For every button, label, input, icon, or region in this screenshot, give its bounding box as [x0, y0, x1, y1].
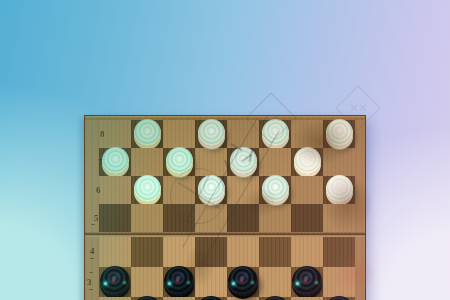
square-e8 — [227, 120, 259, 148]
square-b3 — [131, 267, 163, 297]
checkers-board: 876543 — [84, 115, 366, 300]
frame-tick — [89, 289, 93, 290]
rank-label-6: 6 — [96, 185, 101, 195]
square-c7 — [163, 148, 195, 176]
black-man-c3 — [164, 266, 194, 296]
black-man-f2 — [260, 296, 290, 300]
white-man-f6 — [262, 175, 289, 202]
watermark-glyph: ✕✕ — [349, 101, 367, 115]
rank-label-4: 4 — [90, 246, 95, 256]
square-g6 — [291, 176, 323, 204]
square-h6 — [323, 176, 355, 204]
square-f3 — [259, 267, 291, 297]
frame-tick — [91, 224, 95, 225]
square-d7 — [195, 148, 227, 176]
square-g5 — [291, 204, 323, 232]
square-d8 — [195, 120, 227, 148]
square-b5 — [131, 204, 163, 232]
frame-tick — [90, 258, 94, 259]
square-c4 — [163, 237, 195, 267]
square-f4 — [259, 237, 291, 267]
square-g3 — [291, 267, 323, 297]
rank-label-3: 3 — [87, 277, 92, 287]
square-d5 — [195, 204, 227, 232]
square-d4 — [195, 237, 227, 267]
square-b7 — [131, 148, 163, 176]
square-a5 — [99, 204, 131, 232]
square-h4 — [323, 237, 355, 267]
black-man-d2 — [196, 296, 226, 300]
square-h7 — [323, 148, 355, 176]
white-man-d8 — [198, 119, 225, 146]
square-h8 — [323, 120, 355, 148]
photo-scene: 876543 ✕✕ ✕✕ — [0, 0, 450, 300]
square-e4 — [227, 237, 259, 267]
board-grid — [99, 120, 355, 300]
square-e5 — [227, 204, 259, 232]
square-f8 — [259, 120, 291, 148]
square-g7 — [291, 148, 323, 176]
rank-label-5: 5 — [94, 213, 99, 223]
square-f7 — [259, 148, 291, 176]
square-b8 — [131, 120, 163, 148]
white-man-h6 — [326, 175, 353, 202]
white-man-e7 — [230, 147, 257, 174]
black-man-h2 — [324, 296, 354, 300]
square-d3 — [195, 267, 227, 297]
square-a4 — [99, 237, 131, 267]
square-c3 — [163, 267, 195, 297]
frame-tick — [89, 272, 93, 273]
white-man-d6 — [198, 175, 225, 202]
square-g4 — [291, 237, 323, 267]
square-a3 — [99, 267, 131, 297]
square-g8 — [291, 120, 323, 148]
square-f5 — [259, 204, 291, 232]
black-man-b2 — [132, 296, 162, 300]
square-e7 — [227, 148, 259, 176]
square-d6 — [195, 176, 227, 204]
square-h5 — [323, 204, 355, 232]
square-h3 — [323, 267, 355, 297]
white-man-g7 — [294, 147, 321, 174]
square-a7 — [99, 148, 131, 176]
square-f6 — [259, 176, 291, 204]
white-man-a7 — [102, 147, 129, 174]
square-e6 — [227, 176, 259, 204]
black-man-a3 — [100, 266, 130, 296]
board-hinge-seam — [85, 232, 365, 237]
square-b6 — [131, 176, 163, 204]
white-man-c7 — [166, 147, 193, 174]
square-c5 — [163, 204, 195, 232]
square-c6 — [163, 176, 195, 204]
white-man-h8 — [326, 119, 353, 146]
square-c8 — [163, 120, 195, 148]
rank-label-8: 8 — [100, 129, 105, 139]
black-man-e3 — [228, 266, 258, 296]
white-man-b8 — [134, 119, 161, 146]
white-man-b6 — [134, 175, 161, 202]
square-a6 — [99, 176, 131, 204]
square-e3 — [227, 267, 259, 297]
rank-label-7: 7 — [98, 157, 103, 167]
square-b4 — [131, 237, 163, 267]
black-man-g3 — [292, 266, 322, 296]
white-man-f8 — [262, 119, 289, 146]
